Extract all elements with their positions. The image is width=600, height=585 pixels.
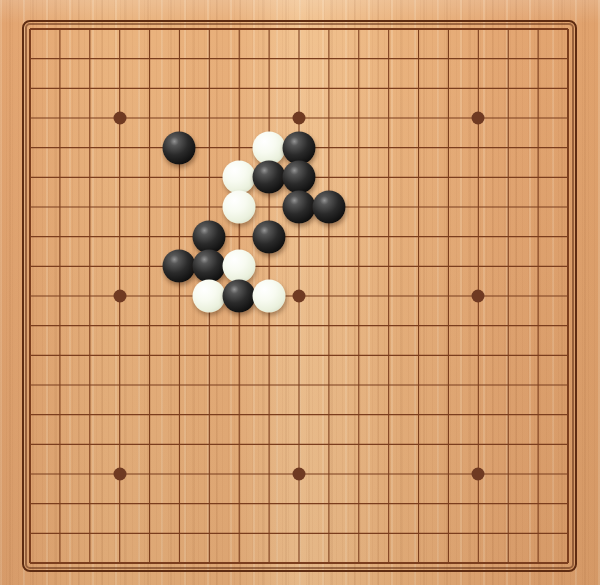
stone-black xyxy=(163,131,196,164)
stone-white xyxy=(193,280,226,313)
stone-black xyxy=(253,161,286,194)
star-point xyxy=(113,468,126,481)
stone-black xyxy=(283,161,316,194)
star-point xyxy=(113,290,126,303)
stone-black xyxy=(312,191,345,224)
go-board xyxy=(0,0,600,585)
stone-black xyxy=(283,191,316,224)
star-point xyxy=(113,112,126,125)
star-point xyxy=(472,290,485,303)
stone-black xyxy=(283,131,316,164)
star-point xyxy=(293,468,306,481)
stone-white xyxy=(223,250,256,283)
stone-black xyxy=(223,280,256,313)
board-grid[interactable] xyxy=(30,29,568,563)
star-point xyxy=(293,290,306,303)
stone-black xyxy=(193,250,226,283)
stone-white xyxy=(223,161,256,194)
star-point xyxy=(293,112,306,125)
stone-black xyxy=(253,220,286,253)
stone-white xyxy=(253,131,286,164)
star-point xyxy=(472,112,485,125)
star-point xyxy=(472,468,485,481)
stone-black xyxy=(163,250,196,283)
stone-white xyxy=(253,280,286,313)
stone-black xyxy=(193,220,226,253)
stone-white xyxy=(223,191,256,224)
